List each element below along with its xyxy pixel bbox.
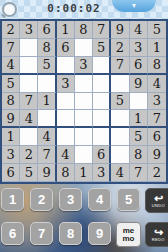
cell-r7c2[interactable]: [20, 128, 38, 146]
cell-r6c2[interactable]: 4: [20, 110, 38, 128]
cell-r6c4[interactable]: [57, 110, 75, 128]
cell-r1c9[interactable]: 5: [148, 21, 166, 39]
cell-r3c5[interactable]: 3: [75, 57, 93, 75]
cell-r8c5[interactable]: [75, 146, 93, 164]
cell-r1c7[interactable]: 9: [111, 21, 129, 39]
num-button-1[interactable]: 1: [1, 188, 24, 211]
cell-r9c8[interactable]: 7: [130, 164, 148, 182]
cell-r7c1[interactable]: 1: [2, 128, 20, 146]
cell-r3c9[interactable]: 8: [148, 57, 166, 75]
cell-r8c9[interactable]: 9: [148, 146, 166, 164]
cell-r4c3[interactable]: [38, 75, 56, 93]
cell-r9c1[interactable]: 6: [2, 164, 20, 182]
cell-r5c8[interactable]: [130, 93, 148, 111]
cell-r2c2[interactable]: [20, 39, 38, 57]
cell-r6c5[interactable]: [75, 110, 93, 128]
cell-r3c3[interactable]: 5: [38, 57, 56, 75]
cell-r4c4[interactable]: 3: [57, 75, 75, 93]
cell-r5c3[interactable]: 1: [38, 93, 56, 111]
cell-r1c3[interactable]: 6: [38, 21, 56, 39]
cell-r6c6[interactable]: [93, 110, 111, 128]
cell-r3c8[interactable]: 6: [130, 57, 148, 75]
cell-r2c9[interactable]: 1: [148, 39, 166, 57]
memo-button[interactable]: me mo: [116, 222, 141, 247]
cell-r8c4[interactable]: 4: [57, 146, 75, 164]
cell-r4c6[interactable]: [93, 75, 111, 93]
cell-r5c4[interactable]: [57, 93, 75, 111]
sudoku-app: 0:00:02 ▼ 236187945786523145376853948715…: [0, 0, 168, 252]
top-bar: 0:00:02 ▼: [0, 0, 168, 19]
sudoku-board: 2361879457865231453768539487153941714563…: [0, 19, 168, 184]
cell-r8c6[interactable]: 6: [93, 146, 111, 164]
cell-r4c7[interactable]: [111, 75, 129, 93]
cell-r1c6[interactable]: 7: [93, 21, 111, 39]
cell-r8c1[interactable]: 3: [2, 146, 20, 164]
cell-r6c8[interactable]: 1: [130, 110, 148, 128]
cell-r2c6[interactable]: 5: [93, 39, 111, 57]
cell-r2c5[interactable]: [75, 39, 93, 57]
chevron-down-icon: ▼: [131, 2, 138, 9]
cell-r7c8[interactable]: 5: [130, 128, 148, 146]
cell-r4c9[interactable]: 4: [148, 75, 166, 93]
cell-r8c2[interactable]: 2: [20, 146, 38, 164]
cell-r7c5[interactable]: [75, 128, 93, 146]
cell-r5c6[interactable]: [93, 93, 111, 111]
cell-r5c5[interactable]: [75, 93, 93, 111]
cell-r7c6[interactable]: [93, 128, 111, 146]
num-button-5[interactable]: 5: [117, 188, 140, 211]
cell-r1c1[interactable]: 2: [2, 21, 20, 39]
cell-r1c8[interactable]: 4: [130, 21, 148, 39]
cell-r3c2[interactable]: [20, 57, 38, 75]
cell-r3c4[interactable]: [57, 57, 75, 75]
cell-r2c1[interactable]: 7: [2, 39, 20, 57]
redo-icon: ↪: [154, 227, 163, 237]
cell-r1c4[interactable]: 1: [57, 21, 75, 39]
cell-r7c4[interactable]: [57, 128, 75, 146]
num-button-3[interactable]: 3: [59, 188, 82, 211]
undo-icon: ↩: [154, 193, 163, 203]
num-button-8[interactable]: 8: [59, 222, 82, 245]
cell-r8c7[interactable]: [111, 146, 129, 164]
cell-r4c5[interactable]: [75, 75, 93, 93]
undo-button[interactable]: ↩ UNDO: [145, 188, 168, 213]
redo-label: REDO: [152, 238, 165, 242]
cell-r6c1[interactable]: 9: [2, 110, 20, 128]
cell-r1c2[interactable]: 3: [20, 21, 38, 39]
cell-r8c8[interactable]: 8: [130, 146, 148, 164]
cell-r6c9[interactable]: 7: [148, 110, 166, 128]
cell-r3c6[interactable]: [93, 57, 111, 75]
cell-r4c8[interactable]: 9: [130, 75, 148, 93]
cell-r7c7[interactable]: [111, 128, 129, 146]
cell-r4c2[interactable]: [20, 75, 38, 93]
cell-r8c3[interactable]: 7: [38, 146, 56, 164]
num-button-9[interactable]: 9: [88, 222, 111, 245]
undo-label: UNDO: [152, 204, 165, 208]
cell-r5c2[interactable]: 7: [20, 93, 38, 111]
cell-r9c6[interactable]: 3: [93, 164, 111, 182]
cell-r6c3[interactable]: [38, 110, 56, 128]
cell-r9c3[interactable]: 9: [38, 164, 56, 182]
cell-r9c7[interactable]: 4: [111, 164, 129, 182]
cell-r5c9[interactable]: 3: [148, 93, 166, 111]
cell-r7c9[interactable]: 6: [148, 128, 166, 146]
cell-r2c3[interactable]: 8: [38, 39, 56, 57]
cell-r3c7[interactable]: 7: [111, 57, 129, 75]
num-button-2[interactable]: 2: [30, 188, 53, 211]
cell-r5c1[interactable]: 8: [2, 93, 20, 111]
num-button-6[interactable]: 6: [1, 222, 24, 245]
pulldown-tab[interactable]: ▼: [112, 0, 156, 12]
cell-r5c7[interactable]: 5: [111, 93, 129, 111]
cell-r9c5[interactable]: 1: [75, 164, 93, 182]
cell-r2c7[interactable]: 2: [111, 39, 129, 57]
num-button-4[interactable]: 4: [88, 188, 111, 211]
cell-r9c4[interactable]: 8: [57, 164, 75, 182]
cell-r9c9[interactable]: 2: [148, 164, 166, 182]
cell-r1c5[interactable]: 8: [75, 21, 93, 39]
cell-r4c1[interactable]: 5: [2, 75, 20, 93]
cell-r6c7[interactable]: [111, 110, 129, 128]
cell-r9c2[interactable]: 5: [20, 164, 38, 182]
cell-r2c4[interactable]: 6: [57, 39, 75, 57]
cell-r2c8[interactable]: 3: [130, 39, 148, 57]
background-photo: 12345 6789 ↩ UNDO ↪ REDO me mo: [0, 184, 168, 252]
cell-r3c1[interactable]: 4: [2, 57, 20, 75]
redo-button[interactable]: ↪ REDO: [145, 222, 168, 247]
num-button-7[interactable]: 7: [30, 222, 53, 245]
memo-label-line2: mo: [123, 235, 135, 243]
cell-r7c3[interactable]: 4: [38, 128, 56, 146]
